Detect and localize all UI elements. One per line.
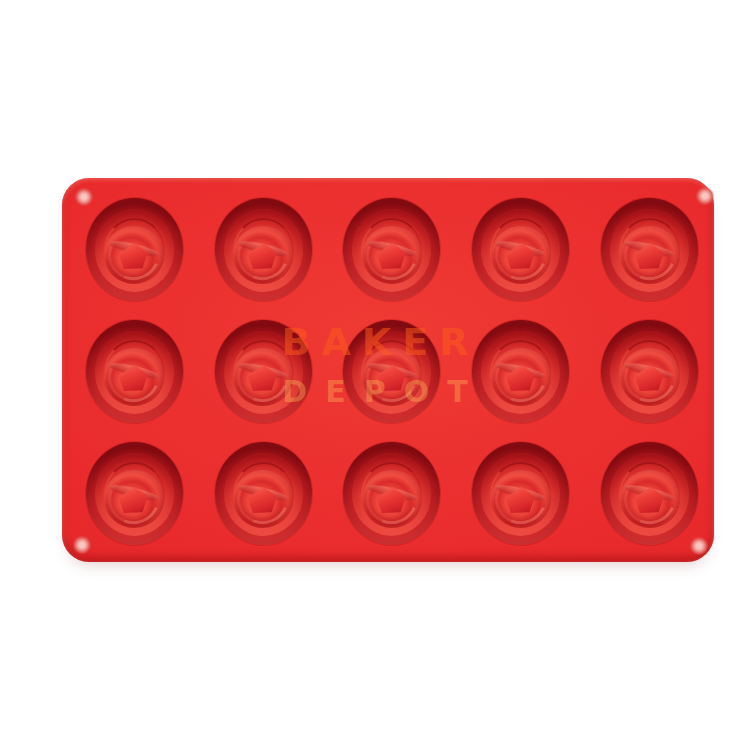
rose-relief [362, 226, 422, 284]
rose-relief [491, 470, 551, 528]
silicone-mold [62, 178, 714, 562]
rose-relief [362, 470, 422, 528]
rose-relief [104, 226, 164, 284]
product-photo: BAKER DEPOT [0, 0, 750, 750]
mold-cavity [215, 320, 312, 423]
rose-relief [620, 470, 680, 528]
mold-cavity [343, 320, 440, 423]
rose-relief [620, 348, 680, 406]
mold-cavity [86, 320, 183, 423]
mold-cavity [601, 320, 698, 423]
mold-cavity [472, 320, 569, 423]
rose-relief [491, 226, 551, 284]
mold-cavity [86, 198, 183, 301]
mold-cavity [472, 198, 569, 301]
mold-cavity [472, 442, 569, 545]
rose-relief [233, 348, 293, 406]
rose-relief [491, 348, 551, 406]
rose-relief [104, 348, 164, 406]
mold-cavity [601, 198, 698, 301]
mold-cavity [215, 442, 312, 545]
cavity-grid [62, 178, 714, 562]
rose-relief [362, 348, 422, 406]
rose-relief [104, 470, 164, 528]
mold-cavity [215, 198, 312, 301]
mold-cavity [343, 198, 440, 301]
mold-cavity [86, 442, 183, 545]
rose-relief [233, 226, 293, 284]
mold-cavity [343, 442, 440, 545]
mold-cavity [601, 442, 698, 545]
rose-relief [233, 470, 293, 528]
rose-relief [620, 226, 680, 284]
